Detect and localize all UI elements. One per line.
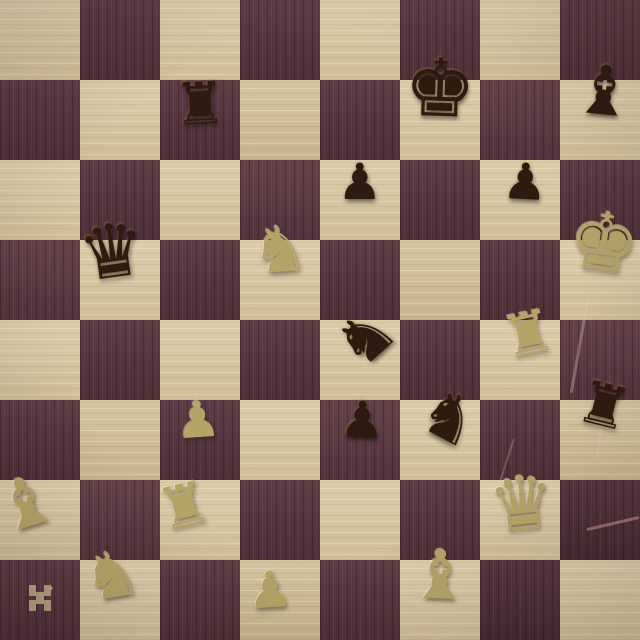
square-r2c1[interactable] xyxy=(0,80,80,160)
square-r5c3[interactable] xyxy=(160,320,240,400)
square-r6c4[interactable] xyxy=(240,400,320,480)
square-r8c3[interactable] xyxy=(160,560,240,640)
square-r6c2[interactable] xyxy=(80,400,160,480)
piece-dark-rook[interactable]: ♜ xyxy=(173,73,228,134)
piece-light-queen[interactable]: ♛ xyxy=(485,463,559,544)
piece-dark-pawn[interactable]: ♟ xyxy=(338,157,383,207)
square-r7c4[interactable] xyxy=(240,480,320,560)
piece-light-bishop[interactable]: ♝ xyxy=(408,540,471,610)
square-r4c3[interactable] xyxy=(160,240,240,320)
square-r2c4[interactable] xyxy=(240,80,320,160)
piece-dark-king[interactable]: ♚ xyxy=(403,48,477,130)
square-r1c2[interactable] xyxy=(80,0,160,80)
piece-dark-queen[interactable]: ♛ xyxy=(74,210,150,293)
square-r2c2[interactable] xyxy=(80,80,160,160)
square-r3c1[interactable] xyxy=(0,160,80,240)
piece-dark-bishop[interactable]: ♝ xyxy=(570,54,638,128)
square-r7c8[interactable] xyxy=(560,480,640,560)
square-r4c6[interactable] xyxy=(400,240,480,320)
piece-light-pawn[interactable]: ♟ xyxy=(174,393,222,446)
square-r5c1[interactable] xyxy=(0,320,80,400)
square-r1c5[interactable] xyxy=(320,0,400,80)
square-r7c5[interactable] xyxy=(320,480,400,560)
square-r8c5[interactable] xyxy=(320,560,400,640)
piece-dark-pawn[interactable]: ♟ xyxy=(501,156,548,208)
piece-light-pawn[interactable]: ♟ xyxy=(246,564,293,616)
square-r8c7[interactable] xyxy=(480,560,560,640)
piece-light-king[interactable]: ♚ xyxy=(563,198,640,287)
piece-light-knight[interactable]: ♞ xyxy=(78,539,146,612)
piece-dark-pawn[interactable]: ♟ xyxy=(339,394,386,446)
square-r4c1[interactable] xyxy=(0,240,80,320)
square-r1c7[interactable] xyxy=(480,0,560,80)
square-r5c4[interactable] xyxy=(240,320,320,400)
square-r1c4[interactable] xyxy=(240,0,320,80)
square-r1c1[interactable] xyxy=(0,0,80,80)
board-maker-logo xyxy=(22,580,58,616)
square-r8c8[interactable] xyxy=(560,560,640,640)
square-r2c5[interactable] xyxy=(320,80,400,160)
piece-light-knight[interactable]: ♞ xyxy=(249,216,311,284)
square-r5c2[interactable] xyxy=(80,320,160,400)
square-r2c7[interactable] xyxy=(480,80,560,160)
square-r1c3[interactable] xyxy=(160,0,240,80)
square-r3c6[interactable] xyxy=(400,160,480,240)
chess-board: ♜♚♝♟♟♛♞♚♞♜♟♟♞♜♝♜♛♞♟♝ xyxy=(0,0,640,640)
square-r3c3[interactable] xyxy=(160,160,240,240)
